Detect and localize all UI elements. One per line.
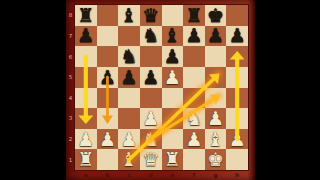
square-e5[interactable]: ♟ [162,67,184,88]
black-pawn[interactable]: ♟ [99,67,116,86]
black-pawn[interactable]: ♟ [229,26,246,45]
square-e8[interactable] [162,5,184,26]
square-e1[interactable]: ♜ [162,149,184,170]
white-pawn[interactable]: ♟ [142,108,159,127]
black-knight[interactable]: ♞ [142,26,159,45]
file-label-c: c [118,170,140,180]
file-label-e: e [162,170,184,180]
square-f8[interactable]: ♜ [183,5,205,26]
black-pawn[interactable]: ♟ [77,26,94,45]
white-knight[interactable]: ♞ [142,129,159,148]
square-a1[interactable]: ♜ [75,149,97,170]
square-a6[interactable] [75,46,97,67]
square-b4[interactable] [97,88,119,109]
file-label-h: h [226,170,248,180]
square-g3[interactable]: ♟ [205,108,227,129]
square-c2[interactable]: ♟ [118,129,140,150]
square-d8[interactable]: ♛ [140,5,162,26]
square-c7[interactable] [118,26,140,47]
square-h8[interactable] [226,5,248,26]
square-g8[interactable]: ♚ [205,5,227,26]
square-a2[interactable]: ♟ [75,129,97,150]
square-c3[interactable] [118,108,140,129]
white-pawn[interactable]: ♟ [229,129,246,148]
square-c6[interactable]: ♞ [118,46,140,67]
square-e2[interactable] [162,129,184,150]
black-bishop[interactable]: ♝ [164,26,181,45]
square-d1[interactable]: ♛ [140,149,162,170]
square-f6[interactable] [183,46,205,67]
file-label-b: b [97,170,119,180]
square-e4[interactable] [162,88,184,109]
square-e7[interactable]: ♝ [162,26,184,47]
square-c4[interactable] [118,88,140,109]
rank-label-3: 3 [66,108,75,129]
square-g2[interactable]: ♝ [205,129,227,150]
square-f1[interactable] [183,149,205,170]
square-b2[interactable]: ♟ [97,129,119,150]
rank-label-5: 5 [66,67,75,88]
square-b7[interactable] [97,26,119,47]
square-b6[interactable] [97,46,119,67]
black-rook[interactable]: ♜ [185,5,202,24]
black-bishop[interactable]: ♝ [121,5,138,24]
square-a3[interactable] [75,108,97,129]
white-bishop[interactable]: ♝ [121,150,138,169]
white-bishop[interactable]: ♝ [207,129,224,148]
black-rook[interactable]: ♜ [77,5,94,24]
square-a8[interactable]: ♜ [75,5,97,26]
square-a7[interactable]: ♟ [75,26,97,47]
square-e6[interactable]: ♟ [162,46,184,67]
square-f5[interactable] [183,67,205,88]
square-d7[interactable]: ♞ [140,26,162,47]
square-c1[interactable]: ♝ [118,149,140,170]
black-queen[interactable]: ♛ [142,5,159,24]
square-f4[interactable] [183,88,205,109]
white-pawn[interactable]: ♟ [77,129,94,148]
white-pawn[interactable]: ♟ [185,129,202,148]
square-c5[interactable]: ♟ [118,67,140,88]
black-knight[interactable]: ♞ [121,47,138,66]
file-label-f: f [183,170,205,180]
rank-label-1: 1 [66,149,75,170]
square-d6[interactable] [140,46,162,67]
white-knight[interactable]: ♞ [185,108,202,127]
square-b5[interactable]: ♟ [97,67,119,88]
square-g1[interactable]: ♚ [205,149,227,170]
square-f3[interactable]: ♞ [183,108,205,129]
black-pawn[interactable]: ♟ [185,26,202,45]
chess-thumbnail: { "game": "chess", "description": "King'… [0,0,320,180]
square-e3[interactable] [162,108,184,129]
square-d2[interactable]: ♞ [140,129,162,150]
black-pawn[interactable]: ♟ [121,67,138,86]
square-h1[interactable] [226,149,248,170]
white-pawn[interactable]: ♟ [99,129,116,148]
white-queen[interactable]: ♛ [142,150,159,169]
file-label-g: g [205,170,227,180]
square-b3[interactable] [97,108,119,129]
square-h5[interactable] [226,67,248,88]
square-d3[interactable]: ♟ [140,108,162,129]
square-h7[interactable]: ♟ [226,26,248,47]
square-d5[interactable]: ♟ [140,67,162,88]
square-h4[interactable] [226,88,248,109]
chess-board[interactable]: ♜♝♛♜♚♟♞♝♟♟♟♞♟♟♟♟♟♟♞♟♟♟♟♞♟♝♟♜♝♛♜♚ [75,5,248,170]
black-king[interactable]: ♚ [207,5,224,24]
white-rook[interactable]: ♜ [77,150,94,169]
rank-label-2: 2 [66,129,75,150]
rank-label-6: 6 [66,46,75,67]
square-a4[interactable] [75,88,97,109]
black-pawn[interactable]: ♟ [142,67,159,86]
file-label-a: a [75,170,97,180]
black-pawn[interactable]: ♟ [207,26,224,45]
square-g4[interactable] [205,88,227,109]
square-a5[interactable] [75,67,97,88]
square-b1[interactable] [97,149,119,170]
square-f7[interactable]: ♟ [183,26,205,47]
square-g7[interactable]: ♟ [205,26,227,47]
square-h3[interactable] [226,108,248,129]
square-h2[interactable]: ♟ [226,129,248,150]
square-b8[interactable] [97,5,119,26]
square-g6[interactable] [205,46,227,67]
square-f2[interactable]: ♟ [183,129,205,150]
square-g5[interactable] [205,67,227,88]
rank-label-8: 8 [66,5,75,26]
white-rook[interactable]: ♜ [164,150,181,169]
square-d4[interactable] [140,88,162,109]
white-pawn[interactable]: ♟ [164,67,181,86]
black-pawn[interactable]: ♟ [164,47,181,66]
rank-label-7: 7 [66,26,75,47]
white-pawn[interactable]: ♟ [121,129,138,148]
file-label-d: d [140,170,162,180]
square-c8[interactable]: ♝ [118,5,140,26]
white-king[interactable]: ♚ [207,150,224,169]
rank-label-4: 4 [66,88,75,109]
square-h6[interactable] [226,46,248,67]
white-pawn[interactable]: ♟ [207,108,224,127]
